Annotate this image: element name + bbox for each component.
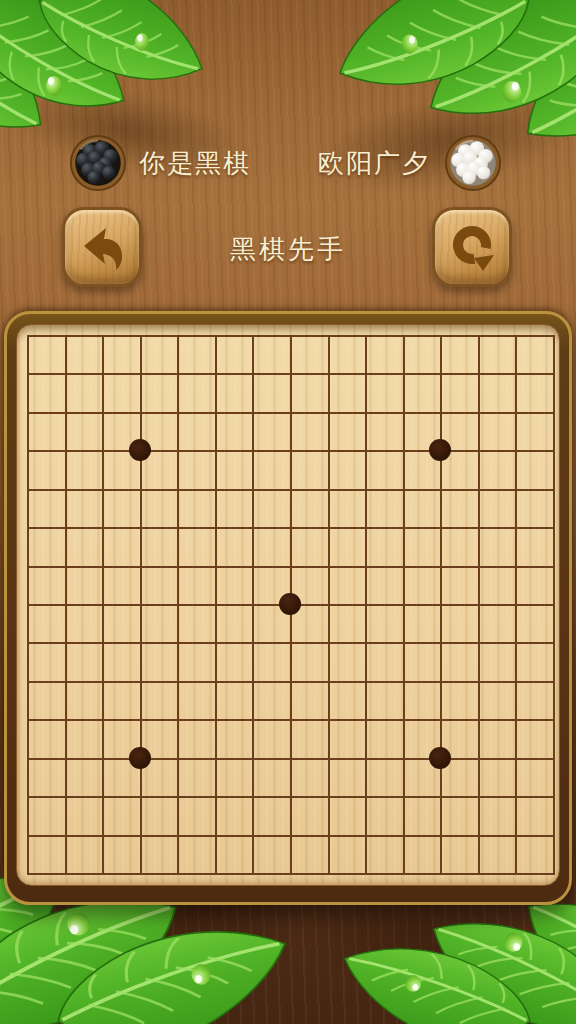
board-intersection[interactable]	[403, 527, 441, 565]
board-intersection[interactable]	[65, 489, 103, 527]
board-intersection[interactable]	[27, 489, 65, 527]
board-intersection[interactable]	[328, 527, 366, 565]
board-intersection[interactable]	[177, 450, 215, 488]
board-intersection[interactable]	[177, 373, 215, 411]
board-intersection[interactable]	[290, 527, 328, 565]
board-intersection[interactable]	[27, 719, 65, 757]
board-intersection[interactable]	[215, 796, 253, 834]
board-intersection[interactable]	[403, 566, 441, 604]
board-intersection[interactable]	[290, 758, 328, 796]
board-intersection[interactable]	[328, 604, 366, 642]
board-intersection[interactable]	[215, 719, 253, 757]
board-intersection[interactable]	[328, 412, 366, 450]
board-intersection[interactable]	[252, 642, 290, 680]
board-grid[interactable]	[27, 335, 555, 875]
restart-button[interactable]	[432, 207, 512, 287]
board-intersection[interactable]	[177, 681, 215, 719]
board-intersection[interactable]	[140, 681, 178, 719]
board-intersection[interactable]	[65, 450, 103, 488]
restart-icon	[448, 223, 496, 271]
board-intersection[interactable]	[252, 719, 290, 757]
board-intersection[interactable]	[27, 412, 65, 450]
star-point	[429, 439, 451, 461]
board-intersection[interactable]	[515, 796, 553, 834]
board-intersection[interactable]	[290, 796, 328, 834]
board-intersection[interactable]	[365, 681, 403, 719]
board-intersection[interactable]	[515, 412, 553, 450]
board-intersection[interactable]	[365, 566, 403, 604]
board-intersection[interactable]	[177, 642, 215, 680]
board-intersection[interactable]	[328, 566, 366, 604]
board-intersection[interactable]	[440, 642, 478, 680]
board-intersection[interactable]	[252, 489, 290, 527]
board-intersection[interactable]	[403, 335, 441, 373]
board-intersection[interactable]	[515, 642, 553, 680]
board-intersection[interactable]	[478, 796, 516, 834]
board-intersection[interactable]	[365, 642, 403, 680]
board-intersection[interactable]	[215, 758, 253, 796]
board-intersection[interactable]	[102, 335, 140, 373]
board-intersection[interactable]	[290, 450, 328, 488]
star-point	[279, 593, 301, 615]
board-intersection[interactable]	[27, 758, 65, 796]
board-intersection[interactable]	[365, 758, 403, 796]
board-intersection[interactable]	[215, 835, 253, 873]
board-intersection[interactable]	[215, 489, 253, 527]
board-intersection[interactable]	[328, 719, 366, 757]
board-intersection[interactable]	[27, 604, 65, 642]
board-intersection[interactable]	[440, 489, 478, 527]
board-intersection[interactable]	[328, 758, 366, 796]
board-intersection[interactable]	[102, 796, 140, 834]
board-intersection[interactable]	[515, 566, 553, 604]
board-intersection[interactable]	[140, 489, 178, 527]
board-intersection[interactable]	[65, 527, 103, 565]
board-intersection[interactable]	[27, 681, 65, 719]
board-surface	[16, 324, 560, 886]
board-intersection[interactable]	[177, 835, 215, 873]
board-intersection[interactable]	[65, 796, 103, 834]
board-intersection[interactable]	[365, 489, 403, 527]
board-intersection[interactable]	[290, 489, 328, 527]
board-intersection[interactable]	[65, 642, 103, 680]
board-intersection[interactable]	[65, 604, 103, 642]
board-intersection[interactable]	[515, 527, 553, 565]
board-intersection[interactable]	[65, 835, 103, 873]
board-intersection[interactable]	[515, 373, 553, 411]
star-point	[429, 747, 451, 769]
board-intersection[interactable]	[478, 642, 516, 680]
board-intersection[interactable]	[215, 566, 253, 604]
board-intersection[interactable]	[140, 642, 178, 680]
board-intersection[interactable]	[102, 642, 140, 680]
board-intersection[interactable]	[140, 566, 178, 604]
board-intersection[interactable]	[515, 335, 553, 373]
board-frame	[4, 311, 572, 905]
board-intersection[interactable]	[215, 335, 253, 373]
board-intersection[interactable]	[365, 796, 403, 834]
board-intersection[interactable]	[440, 681, 478, 719]
game-screen: 你是黑棋 欧阳广夕 黑棋先手	[0, 0, 576, 1024]
board-intersection[interactable]	[403, 796, 441, 834]
board-intersection[interactable]	[252, 527, 290, 565]
board-intersection[interactable]	[440, 527, 478, 565]
board-intersection[interactable]	[252, 758, 290, 796]
board-intersection[interactable]	[403, 642, 441, 680]
board-intersection[interactable]	[365, 450, 403, 488]
board-intersection[interactable]	[177, 796, 215, 834]
board-intersection[interactable]	[328, 335, 366, 373]
board-intersection[interactable]	[515, 681, 553, 719]
board-intersection[interactable]	[478, 335, 516, 373]
board-intersection[interactable]	[478, 835, 516, 873]
board-intersection[interactable]	[515, 489, 553, 527]
board-intersection[interactable]	[27, 335, 65, 373]
board-intersection[interactable]	[215, 681, 253, 719]
board-intersection[interactable]	[478, 489, 516, 527]
board-intersection[interactable]	[252, 335, 290, 373]
board-intersection[interactable]	[65, 758, 103, 796]
board-intersection[interactable]	[403, 835, 441, 873]
board-intersection[interactable]	[290, 681, 328, 719]
board-intersection[interactable]	[102, 604, 140, 642]
board-intersection[interactable]	[140, 835, 178, 873]
board-intersection[interactable]	[252, 373, 290, 411]
board-intersection[interactable]	[328, 489, 366, 527]
board-intersection[interactable]	[290, 412, 328, 450]
board-intersection[interactable]	[478, 681, 516, 719]
board-intersection[interactable]	[65, 412, 103, 450]
board-intersection[interactable]	[478, 604, 516, 642]
board-intersection[interactable]	[478, 758, 516, 796]
board-intersection[interactable]	[328, 642, 366, 680]
board-intersection[interactable]	[478, 566, 516, 604]
board-intersection[interactable]	[365, 527, 403, 565]
board-intersection[interactable]	[102, 566, 140, 604]
board-intersection[interactable]	[65, 566, 103, 604]
board-intersection[interactable]	[440, 373, 478, 411]
board-intersection[interactable]	[27, 450, 65, 488]
board-intersection[interactable]	[252, 450, 290, 488]
board-intersection[interactable]	[290, 835, 328, 873]
board-intersection[interactable]	[440, 835, 478, 873]
board-intersection[interactable]	[177, 527, 215, 565]
board-intersection[interactable]	[290, 335, 328, 373]
board-intersection[interactable]	[478, 719, 516, 757]
board-intersection[interactable]	[177, 335, 215, 373]
board-intersection[interactable]	[252, 796, 290, 834]
board-intersection[interactable]	[515, 604, 553, 642]
board-intersection[interactable]	[403, 489, 441, 527]
board-intersection[interactable]	[65, 681, 103, 719]
board-intersection[interactable]	[177, 719, 215, 757]
board-intersection[interactable]	[515, 835, 553, 873]
board-intersection[interactable]	[515, 719, 553, 757]
board-intersection[interactable]	[140, 796, 178, 834]
board-intersection[interactable]	[215, 527, 253, 565]
board-intersection[interactable]	[177, 489, 215, 527]
board-intersection[interactable]	[252, 681, 290, 719]
black-stones-bowl-icon	[69, 134, 127, 192]
board-intersection[interactable]	[328, 373, 366, 411]
right-player-label: 欧阳广夕	[318, 134, 430, 192]
board-intersection[interactable]	[27, 835, 65, 873]
board-intersection[interactable]	[65, 335, 103, 373]
board-intersection[interactable]	[365, 412, 403, 450]
board-intersection[interactable]	[215, 642, 253, 680]
board-intersection[interactable]	[27, 566, 65, 604]
board-intersection[interactable]	[328, 796, 366, 834]
board-intersection[interactable]	[27, 796, 65, 834]
board-intersection[interactable]	[365, 835, 403, 873]
board-intersection[interactable]	[252, 835, 290, 873]
board-intersection[interactable]	[177, 604, 215, 642]
board-intersection[interactable]	[252, 412, 290, 450]
board-intersection[interactable]	[403, 681, 441, 719]
board-intersection[interactable]	[215, 604, 253, 642]
board-intersection[interactable]	[440, 796, 478, 834]
board-intersection[interactable]	[140, 335, 178, 373]
board-intersection[interactable]	[515, 450, 553, 488]
board-intersection[interactable]	[478, 373, 516, 411]
board-intersection[interactable]	[440, 335, 478, 373]
board-intersection[interactable]	[215, 373, 253, 411]
board-intersection[interactable]	[478, 450, 516, 488]
board-intersection[interactable]	[102, 489, 140, 527]
board-intersection[interactable]	[365, 604, 403, 642]
board-intersection[interactable]	[27, 527, 65, 565]
board-intersection[interactable]	[290, 642, 328, 680]
board-intersection[interactable]	[365, 373, 403, 411]
board-intersection[interactable]	[403, 373, 441, 411]
board-intersection[interactable]	[365, 719, 403, 757]
board-intersection[interactable]	[215, 450, 253, 488]
board-intersection[interactable]	[440, 566, 478, 604]
board-intersection[interactable]	[102, 835, 140, 873]
board-intersection[interactable]	[140, 373, 178, 411]
board-intersection[interactable]	[215, 412, 253, 450]
board-intersection[interactable]	[328, 450, 366, 488]
board-intersection[interactable]	[515, 758, 553, 796]
board-intersection[interactable]	[403, 604, 441, 642]
board-intersection[interactable]	[102, 527, 140, 565]
board-intersection[interactable]	[140, 604, 178, 642]
board-intersection[interactable]	[328, 681, 366, 719]
board-intersection[interactable]	[177, 566, 215, 604]
board-intersection[interactable]	[478, 527, 516, 565]
star-point	[129, 439, 151, 461]
board-intersection[interactable]	[478, 412, 516, 450]
board-intersection[interactable]	[177, 758, 215, 796]
board-intersection[interactable]	[102, 373, 140, 411]
board-intersection[interactable]	[27, 642, 65, 680]
board-intersection[interactable]	[65, 373, 103, 411]
board-intersection[interactable]	[290, 373, 328, 411]
board-intersection[interactable]	[65, 719, 103, 757]
board-intersection[interactable]	[365, 335, 403, 373]
white-stones-bowl-icon	[444, 134, 502, 192]
board-intersection[interactable]	[290, 719, 328, 757]
board-intersection[interactable]	[328, 835, 366, 873]
left-player-label: 你是黑棋	[139, 134, 251, 192]
board-intersection[interactable]	[140, 527, 178, 565]
board-intersection[interactable]	[440, 604, 478, 642]
star-point	[129, 747, 151, 769]
board-intersection[interactable]	[177, 412, 215, 450]
board-intersection[interactable]	[27, 373, 65, 411]
board-intersection[interactable]	[102, 681, 140, 719]
